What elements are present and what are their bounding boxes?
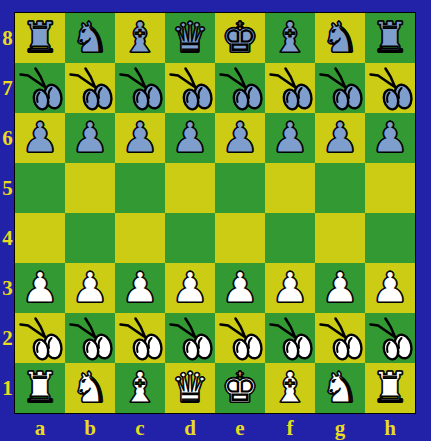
- square-b3[interactable]: ♟: [65, 263, 115, 313]
- square-e8[interactable]: ♚: [215, 13, 265, 63]
- white-pawn: ♟: [121, 263, 159, 313]
- black-pawn: ♟: [271, 113, 309, 163]
- black-grasshopper: [65, 63, 115, 113]
- square-f4[interactable]: [265, 213, 315, 263]
- square-d8[interactable]: ♛: [165, 13, 215, 63]
- square-d6[interactable]: ♟: [165, 113, 215, 163]
- square-b1[interactable]: ♞: [65, 363, 115, 413]
- file-label-d: d: [165, 413, 215, 441]
- white-pawn: ♟: [321, 263, 359, 313]
- square-b6[interactable]: ♟: [65, 113, 115, 163]
- black-bishop: ♝: [271, 13, 309, 63]
- white-grasshopper: [165, 313, 215, 363]
- file-labels: abcdefgh: [15, 413, 415, 441]
- rank-label-2: 2: [0, 313, 15, 363]
- square-a5[interactable]: [15, 163, 65, 213]
- file-label-g: g: [315, 413, 365, 441]
- white-knight: ♞: [71, 363, 109, 413]
- black-pawn: ♟: [171, 113, 209, 163]
- white-grasshopper: [365, 313, 415, 363]
- square-a8[interactable]: ♜: [15, 13, 65, 63]
- rank-labels: 87654321: [0, 13, 15, 413]
- square-g8[interactable]: ♞: [315, 13, 365, 63]
- square-g5[interactable]: [315, 163, 365, 213]
- white-queen: ♛: [171, 363, 209, 413]
- rank-label-3: 3: [0, 263, 15, 313]
- file-label-a: a: [15, 413, 65, 441]
- black-grasshopper: [365, 63, 415, 113]
- rank-label-1: 1: [0, 363, 15, 413]
- square-f8[interactable]: ♝: [265, 13, 315, 63]
- black-knight: ♞: [71, 13, 109, 63]
- square-c7[interactable]: [115, 63, 165, 113]
- square-e7[interactable]: [215, 63, 265, 113]
- square-g4[interactable]: [315, 213, 365, 263]
- white-pawn: ♟: [221, 263, 259, 313]
- square-e3[interactable]: ♟: [215, 263, 265, 313]
- white-grasshopper: [265, 313, 315, 363]
- square-a3[interactable]: ♟: [15, 263, 65, 313]
- square-d7[interactable]: [165, 63, 215, 113]
- black-grasshopper: [315, 63, 365, 113]
- square-g7[interactable]: [315, 63, 365, 113]
- square-h6[interactable]: ♟: [365, 113, 415, 163]
- square-h2[interactable]: [365, 313, 415, 363]
- file-label-e: e: [215, 413, 265, 441]
- black-grasshopper: [165, 63, 215, 113]
- square-c8[interactable]: ♝: [115, 13, 165, 63]
- square-f3[interactable]: ♟: [265, 263, 315, 313]
- square-b8[interactable]: ♞: [65, 13, 115, 63]
- white-grasshopper: [115, 313, 165, 363]
- square-h5[interactable]: [365, 163, 415, 213]
- square-c4[interactable]: [115, 213, 165, 263]
- square-b5[interactable]: [65, 163, 115, 213]
- square-f7[interactable]: [265, 63, 315, 113]
- white-rook: ♜: [371, 363, 409, 413]
- rank-label-6: 6: [0, 113, 15, 163]
- square-c2[interactable]: [115, 313, 165, 363]
- square-h1[interactable]: ♜: [365, 363, 415, 413]
- white-pawn: ♟: [171, 263, 209, 313]
- white-pawn: ♟: [371, 263, 409, 313]
- square-d4[interactable]: [165, 213, 215, 263]
- black-pawn: ♟: [321, 113, 359, 163]
- square-c6[interactable]: ♟: [115, 113, 165, 163]
- black-knight: ♞: [321, 13, 359, 63]
- rank-label-5: 5: [0, 163, 15, 213]
- square-h4[interactable]: [365, 213, 415, 263]
- square-b7[interactable]: [65, 63, 115, 113]
- square-a7[interactable]: [15, 63, 65, 113]
- file-label-f: f: [265, 413, 315, 441]
- white-pawn: ♟: [271, 263, 309, 313]
- white-bishop: ♝: [271, 363, 309, 413]
- white-pawn: ♟: [21, 263, 59, 313]
- file-label-b: b: [65, 413, 115, 441]
- square-g1[interactable]: ♞: [315, 363, 365, 413]
- white-pawn: ♟: [71, 263, 109, 313]
- square-f2[interactable]: [265, 313, 315, 363]
- white-rook: ♜: [21, 363, 59, 413]
- black-grasshopper: [15, 63, 65, 113]
- black-king: ♚: [221, 13, 259, 63]
- white-king: ♚: [221, 363, 259, 413]
- white-grasshopper: [315, 313, 365, 363]
- rank-label-7: 7: [0, 63, 15, 113]
- square-f1[interactable]: ♝: [265, 363, 315, 413]
- rank-label-4: 4: [0, 213, 15, 263]
- square-e6[interactable]: ♟: [215, 113, 265, 163]
- square-d3[interactable]: ♟: [165, 263, 215, 313]
- file-label-h: h: [365, 413, 415, 441]
- square-c3[interactable]: ♟: [115, 263, 165, 313]
- black-queen: ♛: [171, 13, 209, 63]
- black-bishop: ♝: [121, 13, 159, 63]
- square-d2[interactable]: [165, 313, 215, 363]
- black-rook: ♜: [371, 13, 409, 63]
- square-c5[interactable]: [115, 163, 165, 213]
- white-knight: ♞: [321, 363, 359, 413]
- square-b4[interactable]: [65, 213, 115, 263]
- square-d5[interactable]: [165, 163, 215, 213]
- square-g3[interactable]: ♟: [315, 263, 365, 313]
- square-h7[interactable]: [365, 63, 415, 113]
- square-h8[interactable]: ♜: [365, 13, 415, 63]
- square-e2[interactable]: [215, 313, 265, 363]
- white-grasshopper: [215, 313, 265, 363]
- rank-label-8: 8: [0, 13, 15, 63]
- black-grasshopper: [265, 63, 315, 113]
- square-c1[interactable]: ♝: [115, 363, 165, 413]
- black-rook: ♜: [21, 13, 59, 63]
- black-pawn: ♟: [121, 113, 159, 163]
- black-pawn: ♟: [221, 113, 259, 163]
- white-grasshopper: [65, 313, 115, 363]
- black-pawn: ♟: [371, 113, 409, 163]
- square-a6[interactable]: ♟: [15, 113, 65, 163]
- square-a2[interactable]: [15, 313, 65, 363]
- square-h3[interactable]: ♟: [365, 263, 415, 313]
- chessboard-window: 87654321 ♜♞♝♛♚♝♞♜♟♟♟♟♟♟♟♟♟♟♟♟♟♟♟♟♜♞♝♛♚♝♞…: [0, 0, 431, 441]
- square-b2[interactable]: [65, 313, 115, 363]
- square-a1[interactable]: ♜: [15, 363, 65, 413]
- square-g2[interactable]: [315, 313, 365, 363]
- square-g6[interactable]: ♟: [315, 113, 365, 163]
- square-e4[interactable]: [215, 213, 265, 263]
- square-e1[interactable]: ♚: [215, 363, 265, 413]
- square-a4[interactable]: [15, 213, 65, 263]
- white-bishop: ♝: [121, 363, 159, 413]
- chess-board: ♜♞♝♛♚♝♞♜♟♟♟♟♟♟♟♟♟♟♟♟♟♟♟♟♜♞♝♛♚♝♞♜: [15, 13, 415, 413]
- square-d1[interactable]: ♛: [165, 363, 215, 413]
- white-grasshopper: [15, 313, 65, 363]
- square-f6[interactable]: ♟: [265, 113, 315, 163]
- black-grasshopper: [115, 63, 165, 113]
- black-pawn: ♟: [21, 113, 59, 163]
- square-e5[interactable]: [215, 163, 265, 213]
- black-pawn: ♟: [71, 113, 109, 163]
- file-label-c: c: [115, 413, 165, 441]
- square-f5[interactable]: [265, 163, 315, 213]
- black-grasshopper: [215, 63, 265, 113]
